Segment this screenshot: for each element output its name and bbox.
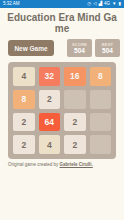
alarm-icon: ◷ xyxy=(87,0,91,8)
tile-8: 8 xyxy=(13,90,35,109)
app-screen: 5:32 AM ◷◁▟4G▼▮ Education Era Mind Game … xyxy=(0,0,124,220)
status-bar: 5:32 AM ◷◁▟4G▼▮ xyxy=(0,0,124,8)
tile-2: 2 xyxy=(39,90,61,109)
new-game-button[interactable]: New Game xyxy=(8,40,54,56)
footer-credit-text: Original game created by xyxy=(8,162,60,167)
tile-8: 8 xyxy=(90,67,112,86)
tile-2: 2 xyxy=(64,113,86,132)
tile-16: 16 xyxy=(64,67,86,86)
battery-icon: ▮ xyxy=(119,0,121,8)
best-value: 504 xyxy=(102,47,113,54)
network-type-badge: 4G xyxy=(104,0,110,8)
score-box: SCORE 504 xyxy=(67,39,92,57)
tile-64: 64 xyxy=(39,113,61,132)
empty-cell xyxy=(90,135,112,154)
score-value: 504 xyxy=(74,47,85,54)
page-title: Education Era Mind Game xyxy=(6,12,118,34)
empty-cell xyxy=(64,90,86,109)
tile-2: 2 xyxy=(13,113,35,132)
wifi-icon: ▼ xyxy=(112,0,116,8)
empty-cell xyxy=(90,113,112,132)
empty-cell xyxy=(90,90,112,109)
best-box: BEST 504 xyxy=(95,39,120,57)
status-time: 5:32 AM xyxy=(3,0,20,8)
tile-2: 2 xyxy=(64,135,86,154)
tile-32: 32 xyxy=(39,67,61,86)
game-board-2048[interactable]: 432168822642242 xyxy=(8,62,116,159)
author-link[interactable]: Gabriele Cirulli. xyxy=(60,162,93,167)
vibrate-icon: ◁ xyxy=(93,0,96,8)
tile-2: 2 xyxy=(13,135,35,154)
tile-4: 4 xyxy=(13,67,35,86)
status-icons: ◷◁▟4G▼▮ xyxy=(87,0,121,8)
signal-icon: ▟ xyxy=(99,0,102,8)
tile-4: 4 xyxy=(39,135,61,154)
footer-credit: Original game created by Gabriele Cirull… xyxy=(8,162,118,168)
